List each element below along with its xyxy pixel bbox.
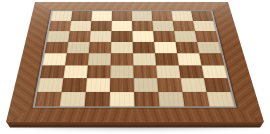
- square-a8: [51, 11, 73, 21]
- square-g8: [171, 11, 193, 21]
- square-h1: [207, 92, 235, 107]
- square-g4: [177, 53, 201, 65]
- square-c8: [91, 11, 112, 21]
- square-g7: [173, 21, 195, 31]
- square-d4: [111, 53, 134, 65]
- square-g2: [181, 78, 207, 92]
- square-d2: [110, 78, 134, 92]
- square-c4: [88, 53, 111, 65]
- square-c1: [85, 92, 110, 107]
- frame-rail-top: [33, 2, 231, 11]
- square-g6: [174, 31, 197, 42]
- square-c3: [87, 65, 111, 78]
- square-h3: [202, 65, 228, 78]
- square-h4: [199, 53, 224, 65]
- frame-rail-bottom: [6, 106, 264, 122]
- square-e4: [133, 53, 156, 65]
- square-f7: [152, 21, 174, 31]
- square-f8: [152, 11, 173, 21]
- square-h6: [195, 31, 219, 42]
- square-e2: [134, 78, 159, 92]
- square-d8: [112, 11, 132, 21]
- chess-board: [6, 2, 264, 122]
- square-e6: [132, 31, 154, 42]
- square-f5: [154, 42, 177, 53]
- square-g5: [176, 42, 200, 53]
- square-g3: [179, 65, 204, 78]
- square-d6: [111, 31, 132, 42]
- square-b1: [60, 92, 86, 107]
- square-h2: [204, 78, 231, 92]
- square-c5: [89, 42, 111, 53]
- playing-field: [35, 11, 235, 106]
- square-f6: [153, 31, 175, 42]
- square-e1: [134, 92, 159, 107]
- square-d1: [110, 92, 135, 107]
- square-b2: [62, 78, 87, 92]
- product-photo-background: [0, 0, 270, 134]
- square-d3: [110, 65, 133, 78]
- square-h8: [191, 11, 213, 21]
- square-e7: [132, 21, 153, 31]
- square-b3: [63, 65, 87, 78]
- square-c7: [91, 21, 112, 31]
- square-f1: [158, 92, 184, 107]
- square-c6: [90, 31, 112, 42]
- square-a6: [47, 31, 70, 42]
- square-a5: [45, 42, 69, 53]
- square-d7: [111, 21, 132, 31]
- square-c2: [86, 78, 111, 92]
- square-f4: [155, 53, 179, 65]
- square-a3: [40, 65, 65, 78]
- square-f2: [157, 78, 182, 92]
- square-b8: [71, 11, 92, 21]
- square-h5: [197, 42, 221, 53]
- square-b5: [67, 42, 90, 53]
- square-b4: [65, 53, 89, 65]
- square-d5: [111, 42, 133, 53]
- square-a4: [42, 53, 66, 65]
- square-e5: [133, 42, 155, 53]
- square-a2: [37, 78, 63, 92]
- square-a7: [49, 21, 71, 31]
- board-side-edge: [6, 121, 264, 127]
- square-e8: [132, 11, 153, 21]
- square-b6: [68, 31, 90, 42]
- square-e3: [133, 65, 157, 78]
- square-h7: [193, 21, 216, 31]
- square-f3: [156, 65, 181, 78]
- square-b7: [70, 21, 92, 31]
- square-a1: [35, 92, 62, 107]
- square-g1: [182, 92, 209, 107]
